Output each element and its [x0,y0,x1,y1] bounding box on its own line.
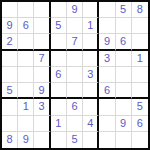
cell-r7c8[interactable] [116,99,132,115]
cell-r9c1: 8 [2,132,18,148]
cell-r8c9: 6 [132,116,148,132]
cell-r8c4: 1 [51,116,67,132]
cell-r2c2: 6 [18,18,34,34]
cell-r9c4[interactable] [51,132,67,148]
cell-r7c2: 1 [18,99,34,115]
cell-r5c8[interactable] [116,67,132,83]
cell-r9c6[interactable] [83,132,99,148]
cell-r6c9[interactable] [132,83,148,99]
cell-r5c7[interactable] [99,67,115,83]
cell-r9c8[interactable] [116,132,132,148]
cell-r8c8: 9 [116,116,132,132]
cell-r1c9: 8 [132,2,148,18]
cell-r7c1[interactable] [2,99,18,115]
cell-r2c4: 5 [51,18,67,34]
sudoku-board: 958965127967316359613651496895 [0,0,150,150]
cell-r5c3[interactable] [34,67,50,83]
cell-r6c7: 6 [99,83,115,99]
cell-r3c2[interactable] [18,34,34,50]
cell-r6c8[interactable] [116,83,132,99]
cell-r3c1: 2 [2,34,18,50]
cell-r2c9[interactable] [132,18,148,34]
cell-r9c5: 5 [67,132,83,148]
cell-r1c7[interactable] [99,2,115,18]
cell-r9c9[interactable] [132,132,148,148]
cell-r3c3[interactable] [34,34,50,50]
cell-r7c3: 3 [34,99,50,115]
cell-r7c5: 6 [67,99,83,115]
cell-r1c2[interactable] [18,2,34,18]
cell-r4c7: 3 [99,51,115,67]
cell-r8c1[interactable] [2,116,18,132]
cell-r2c7[interactable] [99,18,115,34]
cell-r4c1[interactable] [2,51,18,67]
cell-r5c2[interactable] [18,67,34,83]
cell-r4c5[interactable] [67,51,83,67]
cell-r5c9[interactable] [132,67,148,83]
cell-r5c1[interactable] [2,67,18,83]
cell-r2c1: 9 [2,18,18,34]
cell-r6c5[interactable] [67,83,83,99]
cell-r6c4[interactable] [51,83,67,99]
cell-r8c6: 4 [83,116,99,132]
cell-r1c1[interactable] [2,2,18,18]
cell-r8c7[interactable] [99,116,115,132]
cell-r4c8[interactable] [116,51,132,67]
cell-r2c5[interactable] [67,18,83,34]
cell-r3c5: 7 [67,34,83,50]
cell-r3c8: 6 [116,34,132,50]
cell-r2c6: 1 [83,18,99,34]
cell-r8c2[interactable] [18,116,34,132]
cell-r6c1: 5 [2,83,18,99]
cell-r4c3: 7 [34,51,50,67]
cell-r4c6[interactable] [83,51,99,67]
cell-r1c5: 9 [67,2,83,18]
cell-r8c3[interactable] [34,116,50,132]
cell-r6c6[interactable] [83,83,99,99]
cell-r7c9: 5 [132,99,148,115]
cell-r3c9[interactable] [132,34,148,50]
cell-r4c2[interactable] [18,51,34,67]
cell-r7c4[interactable] [51,99,67,115]
cell-r9c3[interactable] [34,132,50,148]
cell-r3c4[interactable] [51,34,67,50]
cell-r9c7[interactable] [99,132,115,148]
cell-r6c2[interactable] [18,83,34,99]
cell-r1c3[interactable] [34,2,50,18]
cell-r8c5[interactable] [67,116,83,132]
cell-r5c4: 6 [51,67,67,83]
cell-r1c6[interactable] [83,2,99,18]
cell-r1c8: 5 [116,2,132,18]
cell-r4c9: 1 [132,51,148,67]
cell-r6c3: 9 [34,83,50,99]
cell-r7c6[interactable] [83,99,99,115]
cell-r5c5[interactable] [67,67,83,83]
cell-r9c2: 9 [18,132,34,148]
cell-r1c4[interactable] [51,2,67,18]
cell-r2c8[interactable] [116,18,132,34]
cell-r4c4[interactable] [51,51,67,67]
cell-r5c6: 3 [83,67,99,83]
cell-r7c7[interactable] [99,99,115,115]
cell-r2c3[interactable] [34,18,50,34]
cell-r3c6[interactable] [83,34,99,50]
cell-r3c7: 9 [99,34,115,50]
